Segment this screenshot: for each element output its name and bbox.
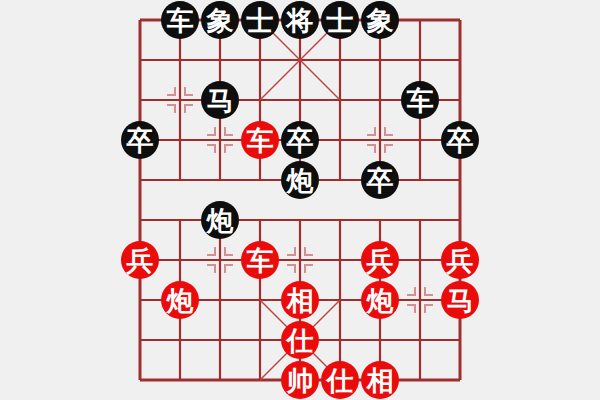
xiangqi-board: 车象士将士象马车卒车卒卒炮卒炮兵车兵兵炮相炮马仕帅仕相 [0, 0, 600, 400]
piece-layer: 车象士将士象马车卒车卒卒炮卒炮兵车兵兵炮相炮马仕帅仕相 [120, 0, 480, 400]
red-chariot[interactable]: 车 [241, 241, 279, 279]
black-chariot[interactable]: 车 [161, 1, 199, 39]
red-advisor[interactable]: 仕 [281, 321, 319, 359]
red-advisor[interactable]: 仕 [321, 361, 359, 399]
black-general[interactable]: 将 [281, 1, 319, 39]
red-cannon[interactable]: 炮 [361, 281, 399, 319]
black-soldier[interactable]: 卒 [361, 161, 399, 199]
black-soldier[interactable]: 卒 [121, 121, 159, 159]
red-chariot[interactable]: 车 [241, 121, 279, 159]
black-advisor[interactable]: 士 [241, 1, 279, 39]
black-soldier[interactable]: 卒 [441, 121, 479, 159]
black-elephant[interactable]: 象 [361, 1, 399, 39]
black-chariot[interactable]: 车 [401, 81, 439, 119]
red-soldier[interactable]: 兵 [361, 241, 399, 279]
black-horse[interactable]: 马 [201, 81, 239, 119]
black-cannon[interactable]: 炮 [281, 161, 319, 199]
black-elephant[interactable]: 象 [201, 1, 239, 39]
black-advisor[interactable]: 士 [321, 1, 359, 39]
black-cannon[interactable]: 炮 [201, 201, 239, 239]
red-soldier[interactable]: 兵 [441, 241, 479, 279]
red-horse[interactable]: 马 [441, 281, 479, 319]
red-soldier[interactable]: 兵 [121, 241, 159, 279]
red-elephant[interactable]: 相 [361, 361, 399, 399]
black-soldier[interactable]: 卒 [281, 121, 319, 159]
red-elephant[interactable]: 相 [281, 281, 319, 319]
red-cannon[interactable]: 炮 [161, 281, 199, 319]
red-general[interactable]: 帅 [281, 361, 319, 399]
